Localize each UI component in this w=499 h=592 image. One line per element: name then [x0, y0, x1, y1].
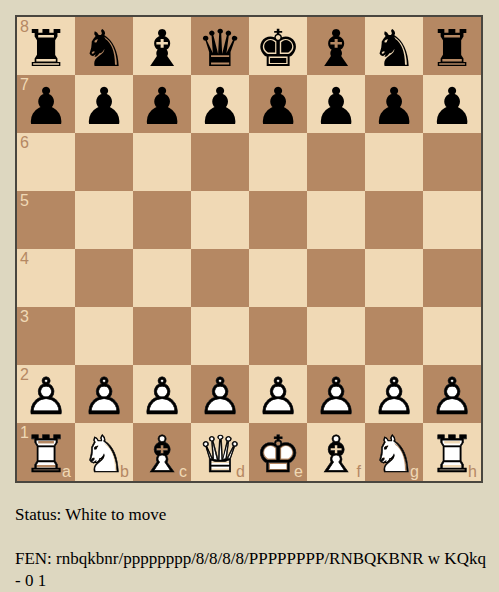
square-e6[interactable]	[249, 133, 307, 191]
square-c1[interactable]: c♝♗	[133, 423, 191, 481]
piece-black-pawn[interactable]: ♟	[191, 75, 249, 133]
status-text: Status: White to move	[15, 504, 489, 526]
square-c7[interactable]: ♟	[133, 75, 191, 133]
square-c6[interactable]	[133, 133, 191, 191]
square-h7[interactable]: ♟	[423, 75, 481, 133]
square-c8[interactable]: ♝	[133, 17, 191, 75]
square-d6[interactable]	[191, 133, 249, 191]
piece-white-pawn[interactable]: ♟♙	[249, 365, 307, 423]
square-d8[interactable]: ♛	[191, 17, 249, 75]
square-f8[interactable]: ♝	[307, 17, 365, 75]
square-b3[interactable]	[75, 307, 133, 365]
square-h1[interactable]: h♜♖	[423, 423, 481, 481]
chess-board: 8♜♞♝♛♚♝♞♜7♟♟♟♟♟♟♟♟65432♟♙♟♙♟♙♟♙♟♙♟♙♟♙♟♙1…	[15, 15, 483, 483]
square-f6[interactable]	[307, 133, 365, 191]
square-h3[interactable]	[423, 307, 481, 365]
piece-black-queen[interactable]: ♛	[191, 17, 249, 75]
piece-black-pawn[interactable]: ♟	[17, 75, 75, 133]
piece-black-king[interactable]: ♚	[249, 17, 307, 75]
square-f3[interactable]	[307, 307, 365, 365]
square-b1[interactable]: b♞♘	[75, 423, 133, 481]
square-f4[interactable]	[307, 249, 365, 307]
square-c5[interactable]	[133, 191, 191, 249]
square-b8[interactable]: ♞	[75, 17, 133, 75]
square-g4[interactable]	[365, 249, 423, 307]
rank-label-3: 3	[20, 309, 29, 325]
square-e1[interactable]: e♚♔	[249, 423, 307, 481]
square-b4[interactable]	[75, 249, 133, 307]
rank-label-6: 6	[20, 135, 29, 151]
square-f7[interactable]: ♟	[307, 75, 365, 133]
piece-black-pawn[interactable]: ♟	[75, 75, 133, 133]
square-a8[interactable]: 8♜	[17, 17, 75, 75]
square-f2[interactable]: ♟♙	[307, 365, 365, 423]
piece-black-bishop[interactable]: ♝	[133, 17, 191, 75]
square-e5[interactable]	[249, 191, 307, 249]
piece-black-rook[interactable]: ♜	[17, 17, 75, 75]
square-b6[interactable]	[75, 133, 133, 191]
square-b5[interactable]	[75, 191, 133, 249]
piece-black-pawn[interactable]: ♟	[307, 75, 365, 133]
square-b2[interactable]: ♟♙	[75, 365, 133, 423]
piece-white-queen[interactable]: ♛♕	[191, 423, 249, 481]
square-a6[interactable]: 6	[17, 133, 75, 191]
square-a1[interactable]: 1a♜♖	[17, 423, 75, 481]
square-a2[interactable]: 2♟♙	[17, 365, 75, 423]
square-d1[interactable]: d♛♕	[191, 423, 249, 481]
piece-white-pawn[interactable]: ♟♙	[191, 365, 249, 423]
square-f1[interactable]: f♝♗	[307, 423, 365, 481]
piece-white-pawn[interactable]: ♟♙	[423, 365, 481, 423]
square-d3[interactable]	[191, 307, 249, 365]
piece-white-pawn[interactable]: ♟♙	[17, 365, 75, 423]
square-d5[interactable]	[191, 191, 249, 249]
piece-white-bishop[interactable]: ♝♗	[133, 423, 191, 481]
piece-white-knight[interactable]: ♞♘	[365, 423, 423, 481]
square-g3[interactable]	[365, 307, 423, 365]
rank-label-5: 5	[20, 193, 29, 209]
piece-white-pawn[interactable]: ♟♙	[133, 365, 191, 423]
square-h6[interactable]	[423, 133, 481, 191]
square-c2[interactable]: ♟♙	[133, 365, 191, 423]
square-e8[interactable]: ♚	[249, 17, 307, 75]
piece-black-bishop[interactable]: ♝	[307, 17, 365, 75]
square-c3[interactable]	[133, 307, 191, 365]
square-a5[interactable]: 5	[17, 191, 75, 249]
piece-white-king[interactable]: ♚♔	[249, 423, 307, 481]
square-e7[interactable]: ♟	[249, 75, 307, 133]
square-e2[interactable]: ♟♙	[249, 365, 307, 423]
square-h4[interactable]	[423, 249, 481, 307]
square-g7[interactable]: ♟	[365, 75, 423, 133]
piece-white-rook[interactable]: ♜♖	[423, 423, 481, 481]
square-g1[interactable]: g♞♘	[365, 423, 423, 481]
piece-black-pawn[interactable]: ♟	[249, 75, 307, 133]
square-d7[interactable]: ♟	[191, 75, 249, 133]
square-e4[interactable]	[249, 249, 307, 307]
square-c4[interactable]	[133, 249, 191, 307]
piece-black-knight[interactable]: ♞	[365, 17, 423, 75]
square-h2[interactable]: ♟♙	[423, 365, 481, 423]
square-a7[interactable]: 7♟	[17, 75, 75, 133]
square-a3[interactable]: 3	[17, 307, 75, 365]
piece-black-pawn[interactable]: ♟	[365, 75, 423, 133]
piece-white-rook[interactable]: ♜♖	[17, 423, 75, 481]
square-g2[interactable]: ♟♙	[365, 365, 423, 423]
rank-label-4: 4	[20, 251, 29, 267]
piece-black-knight[interactable]: ♞	[75, 17, 133, 75]
piece-white-pawn[interactable]: ♟♙	[307, 365, 365, 423]
piece-white-pawn[interactable]: ♟♙	[365, 365, 423, 423]
square-e3[interactable]	[249, 307, 307, 365]
square-a4[interactable]: 4	[17, 249, 75, 307]
fen-text: FEN: rnbqkbnr/pppppppp/8/8/8/8/PPPPPPPP/…	[15, 548, 490, 592]
square-d2[interactable]: ♟♙	[191, 365, 249, 423]
piece-white-knight[interactable]: ♞♘	[75, 423, 133, 481]
square-h8[interactable]: ♜	[423, 17, 481, 75]
square-f5[interactable]	[307, 191, 365, 249]
piece-black-pawn[interactable]: ♟	[423, 75, 481, 133]
piece-white-pawn[interactable]: ♟♙	[75, 365, 133, 423]
square-g8[interactable]: ♞	[365, 17, 423, 75]
square-d4[interactable]	[191, 249, 249, 307]
piece-black-rook[interactable]: ♜	[423, 17, 481, 75]
board-container: 8♜♞♝♛♚♝♞♜7♟♟♟♟♟♟♟♟65432♟♙♟♙♟♙♟♙♟♙♟♙♟♙♟♙1…	[0, 0, 499, 483]
square-g5[interactable]	[365, 191, 423, 249]
square-b7[interactable]: ♟	[75, 75, 133, 133]
piece-white-bishop[interactable]: ♝♗	[307, 423, 365, 481]
square-h5[interactable]	[423, 191, 481, 249]
piece-black-pawn[interactable]: ♟	[133, 75, 191, 133]
square-g6[interactable]	[365, 133, 423, 191]
